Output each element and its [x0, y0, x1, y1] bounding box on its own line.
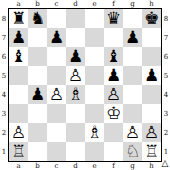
square-g2[interactable]: ♙ [123, 123, 142, 142]
rank-label-7: 7 [162, 28, 170, 47]
square-g3[interactable] [123, 104, 142, 123]
file-labels-bottom: abcdefgh [9, 162, 161, 170]
square-g8[interactable] [123, 9, 142, 28]
white-rook-piece: ♖ [144, 142, 159, 161]
square-b7[interactable] [28, 28, 47, 47]
square-f4[interactable]: ♙ [104, 85, 123, 104]
square-e8[interactable] [85, 9, 104, 28]
rank-labels-right: 87654321 [162, 9, 170, 161]
square-h1[interactable]: ♖ [142, 142, 161, 161]
rank-label-6: 6 [0, 47, 8, 66]
file-label-g: g [123, 0, 142, 8]
white-king-piece: ♔ [106, 104, 121, 123]
square-a2[interactable]: ♙ [9, 123, 28, 142]
file-label-f: f [104, 0, 123, 8]
square-h5[interactable]: ♟ [142, 66, 161, 85]
square-d8[interactable] [66, 9, 85, 28]
file-label-b: b [28, 162, 47, 170]
square-b4[interactable]: ♟ [28, 85, 47, 104]
square-f1[interactable] [104, 142, 123, 161]
square-d5[interactable]: ♙ [66, 66, 85, 85]
white-pawn-piece: ♙ [11, 123, 26, 142]
square-g1[interactable]: ♘ [123, 142, 142, 161]
square-f8[interactable]: ♛ [104, 9, 123, 28]
file-label-e: e [85, 0, 104, 8]
square-e6[interactable] [85, 47, 104, 66]
square-c1[interactable] [47, 142, 66, 161]
black-pawn-piece: ♟ [11, 28, 26, 47]
square-e5[interactable] [85, 66, 104, 85]
rank-label-1: 1 [0, 142, 8, 161]
white-pawn-piece: ♙ [68, 66, 83, 85]
rank-label-5: 5 [0, 66, 8, 85]
rank-label-7: 7 [0, 28, 8, 47]
square-b5[interactable] [28, 66, 47, 85]
square-h8[interactable]: ♚ [142, 9, 161, 28]
white-pawn-piece: ♙ [106, 85, 121, 104]
rank-label-5: 5 [162, 66, 170, 85]
black-rook-piece: ♜ [11, 9, 26, 28]
square-g6[interactable] [123, 47, 142, 66]
square-h7[interactable] [142, 28, 161, 47]
rank-labels-left: 87654321 [0, 9, 8, 161]
white-rook-piece: ♖ [11, 142, 26, 161]
file-label-g: g [123, 162, 142, 170]
chess-board: ♜♞♛♚♟♟♟♝♟♝♙♟♟♟♙♗♙♔♙♗♙♙♖♘♖ [8, 8, 162, 162]
square-f7[interactable] [104, 28, 123, 47]
chess-diagram: abcdefgh 87654321 ♜♞♛♚♟♟♟♝♟♝♙♟♟♟♙♗♙♔♙♗♙♙… [0, 0, 170, 170]
square-e2[interactable]: ♗ [85, 123, 104, 142]
square-c3[interactable] [47, 104, 66, 123]
square-d7[interactable] [66, 28, 85, 47]
white-pawn-piece: ♙ [144, 123, 159, 142]
file-label-a: a [9, 0, 28, 8]
rank-label-2: 2 [162, 123, 170, 142]
file-label-d: d [66, 162, 85, 170]
square-a5[interactable] [9, 66, 28, 85]
file-label-f: f [104, 162, 123, 170]
white-pawn-piece: ♙ [125, 123, 140, 142]
black-king-piece: ♚ [144, 9, 159, 28]
square-c5[interactable] [47, 66, 66, 85]
file-labels-top: abcdefgh [9, 0, 161, 8]
square-a7[interactable]: ♟ [9, 28, 28, 47]
white-pawn-piece: ♙ [49, 85, 64, 104]
file-label-h: h [142, 0, 161, 8]
square-c8[interactable] [47, 9, 66, 28]
black-queen-piece: ♛ [106, 9, 121, 28]
square-b6[interactable] [28, 47, 47, 66]
square-c4[interactable]: ♙ [47, 85, 66, 104]
square-f5[interactable]: ♟ [104, 66, 123, 85]
black-pawn-piece: ♟ [106, 66, 121, 85]
square-d1[interactable] [66, 142, 85, 161]
square-e1[interactable] [85, 142, 104, 161]
file-label-c: c [47, 162, 66, 170]
square-c7[interactable]: ♟ [47, 28, 66, 47]
square-h2[interactable]: ♙ [142, 123, 161, 142]
square-d3[interactable] [66, 104, 85, 123]
square-d2[interactable] [66, 123, 85, 142]
white-knight-piece: ♘ [125, 142, 140, 161]
square-g4[interactable] [123, 85, 142, 104]
black-bishop-piece: ♝ [106, 47, 121, 66]
square-b2[interactable] [28, 123, 47, 142]
square-a3[interactable] [9, 104, 28, 123]
rank-label-8: 8 [0, 9, 8, 28]
rank-label-3: 3 [162, 104, 170, 123]
square-g5[interactable] [123, 66, 142, 85]
square-e7[interactable] [85, 28, 104, 47]
black-pawn-piece: ♟ [125, 28, 140, 47]
rank-label-2: 2 [0, 123, 8, 142]
file-label-c: c [47, 0, 66, 8]
square-c6[interactable] [47, 47, 66, 66]
rank-label-6: 6 [162, 47, 170, 66]
square-e3[interactable] [85, 104, 104, 123]
square-h4[interactable] [142, 85, 161, 104]
white-bishop-piece: ♗ [87, 123, 102, 142]
file-label-a: a [9, 162, 28, 170]
file-label-d: d [66, 0, 85, 8]
square-a6[interactable]: ♝ [9, 47, 28, 66]
file-label-h: h [142, 162, 161, 170]
file-label-e: e [85, 162, 104, 170]
square-c2[interactable] [47, 123, 66, 142]
square-f2[interactable] [104, 123, 123, 142]
white-to-move-indicator: △ [160, 157, 170, 169]
square-b8[interactable]: ♞ [28, 9, 47, 28]
square-f3[interactable]: ♔ [104, 104, 123, 123]
black-pawn-piece: ♟ [49, 28, 64, 47]
square-a4[interactable] [9, 85, 28, 104]
white-bishop-piece: ♗ [68, 85, 83, 104]
square-a8[interactable]: ♜ [9, 9, 28, 28]
square-f6[interactable]: ♝ [104, 47, 123, 66]
square-b3[interactable] [28, 104, 47, 123]
square-b1[interactable] [28, 142, 47, 161]
square-g7[interactable]: ♟ [123, 28, 142, 47]
rank-label-4: 4 [162, 85, 170, 104]
rank-label-8: 8 [162, 9, 170, 28]
square-a1[interactable]: ♖ [9, 142, 28, 161]
black-pawn-piece: ♟ [144, 66, 159, 85]
square-e4[interactable] [85, 85, 104, 104]
square-h3[interactable] [142, 104, 161, 123]
black-knight-piece: ♞ [30, 9, 45, 28]
black-pawn-piece: ♟ [30, 85, 45, 104]
file-label-b: b [28, 0, 47, 8]
square-d6[interactable]: ♟ [66, 47, 85, 66]
square-d4[interactable]: ♗ [66, 85, 85, 104]
rank-label-4: 4 [0, 85, 8, 104]
rank-label-3: 3 [0, 104, 8, 123]
black-bishop-piece: ♝ [11, 47, 26, 66]
square-h6[interactable] [142, 47, 161, 66]
black-pawn-piece: ♟ [68, 47, 83, 66]
